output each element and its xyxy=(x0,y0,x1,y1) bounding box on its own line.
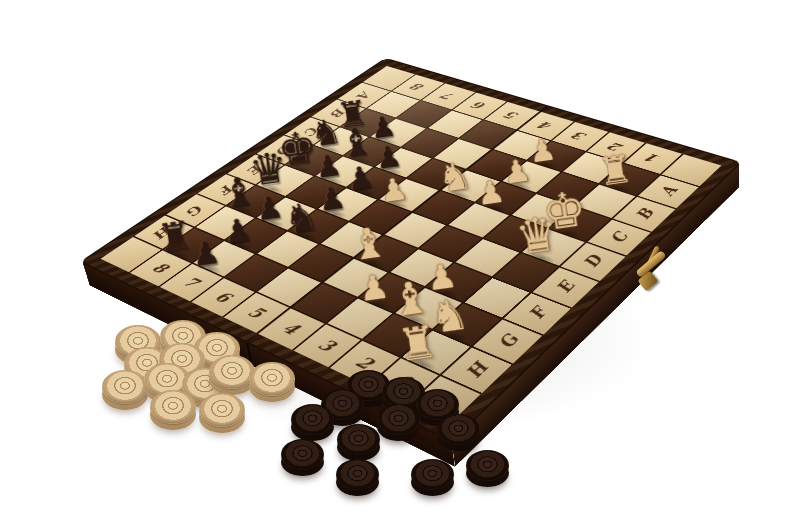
black-knight-glyph: ♞ xyxy=(267,194,336,241)
checker-top-rings xyxy=(249,362,295,396)
file-label-a: A xyxy=(656,185,681,198)
rank-label-4: 4 xyxy=(536,120,556,131)
rank-label-tile: 6 xyxy=(191,278,254,316)
checker-top-rings xyxy=(377,404,420,435)
checker-top-rings xyxy=(281,439,324,470)
checker-light-11[interactable] xyxy=(150,390,196,430)
checker-top-rings xyxy=(102,370,148,404)
rank-label-3: 3 xyxy=(570,130,591,141)
rank-label-7: 7 xyxy=(439,91,458,101)
checker-top-rings xyxy=(437,414,480,445)
checker-light-12[interactable] xyxy=(199,393,245,433)
white-bishop-glyph: ♝ xyxy=(332,218,404,269)
rank-label-5: 5 xyxy=(502,110,522,121)
checker-light-10[interactable] xyxy=(249,362,295,402)
checker-top-rings xyxy=(466,450,509,481)
checker-dark-7[interactable] xyxy=(437,414,480,451)
checker-top-rings xyxy=(150,390,196,424)
white-rook-glyph: ♜ xyxy=(378,317,458,371)
file-label-tile: B xyxy=(614,197,676,232)
file-label-h: H xyxy=(462,360,492,380)
file-label-c: C xyxy=(606,230,632,244)
brass-clasp[interactable] xyxy=(628,252,678,310)
file-label-b: B xyxy=(632,207,658,221)
checker-light-6[interactable] xyxy=(102,370,148,410)
checker-top-rings xyxy=(411,459,454,490)
rank-label-8: 8 xyxy=(409,82,428,92)
checker-dark-5[interactable] xyxy=(291,404,334,441)
checker-dark-12[interactable] xyxy=(466,450,509,487)
rank-label-3: 3 xyxy=(314,337,339,354)
rank-label-6: 6 xyxy=(211,290,235,305)
file-label-e: E xyxy=(553,280,579,295)
rank-label-6: 6 xyxy=(470,100,490,111)
checker-top-rings xyxy=(291,404,334,435)
file-label-g: G xyxy=(494,332,523,350)
checker-dark-10[interactable] xyxy=(336,459,379,496)
rank-label-4: 4 xyxy=(278,321,303,337)
white-queen-glyph: ♛ xyxy=(500,208,574,264)
checker-dark-9[interactable] xyxy=(281,439,324,476)
rank-label-5: 5 xyxy=(244,305,268,321)
checker-top-rings xyxy=(199,393,245,427)
rank-label-7: 7 xyxy=(179,275,203,290)
chess-set-photo: 87654321A♟♜AB♜♟♟BC♞♝♟♞♟♚CD♚♟♟♟♛DE♛♟EF♝♟♞… xyxy=(0,0,787,523)
rank-label-8: 8 xyxy=(149,261,172,275)
file-label-f: F xyxy=(524,306,550,321)
checker-top-rings xyxy=(337,424,380,455)
file-label-d: D xyxy=(580,254,607,269)
checker-dark-6[interactable] xyxy=(377,404,420,441)
checker-dark-11[interactable] xyxy=(411,459,454,496)
checker-top-rings xyxy=(336,459,379,490)
checker-dark-8[interactable] xyxy=(337,424,380,461)
